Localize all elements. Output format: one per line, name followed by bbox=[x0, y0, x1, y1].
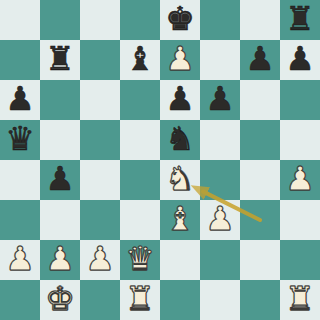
piece-black-bishop[interactable]: ♝ bbox=[125, 39, 155, 79]
square-g8[interactable] bbox=[240, 0, 280, 40]
square-b8[interactable] bbox=[40, 0, 80, 40]
piece-white-pawn[interactable]: ♟ bbox=[165, 39, 195, 79]
square-c3[interactable] bbox=[80, 200, 120, 240]
square-e2[interactable] bbox=[160, 240, 200, 280]
piece-white-rook[interactable]: ♜ bbox=[125, 279, 155, 319]
square-c6[interactable] bbox=[80, 80, 120, 120]
square-b2[interactable]: ♟ bbox=[40, 240, 80, 280]
piece-black-queen[interactable]: ♛ bbox=[5, 119, 35, 159]
square-g6[interactable] bbox=[240, 80, 280, 120]
piece-white-pawn[interactable]: ♟ bbox=[285, 159, 315, 199]
square-d7[interactable]: ♝ bbox=[120, 40, 160, 80]
square-g4[interactable] bbox=[240, 160, 280, 200]
piece-black-pawn[interactable]: ♟ bbox=[45, 159, 75, 199]
square-d3[interactable] bbox=[120, 200, 160, 240]
piece-white-rook[interactable]: ♜ bbox=[285, 279, 315, 319]
piece-black-pawn[interactable]: ♟ bbox=[285, 39, 315, 79]
square-h2[interactable] bbox=[280, 240, 320, 280]
square-f7[interactable] bbox=[200, 40, 240, 80]
square-b4[interactable]: ♟ bbox=[40, 160, 80, 200]
square-c5[interactable] bbox=[80, 120, 120, 160]
piece-black-rook[interactable]: ♜ bbox=[45, 39, 75, 79]
square-b5[interactable] bbox=[40, 120, 80, 160]
square-h7[interactable]: ♟ bbox=[280, 40, 320, 80]
square-b1[interactable]: ♚ bbox=[40, 280, 80, 320]
piece-black-king[interactable]: ♚ bbox=[165, 0, 195, 39]
square-c7[interactable] bbox=[80, 40, 120, 80]
piece-white-pawn[interactable]: ♟ bbox=[45, 239, 75, 279]
square-h3[interactable] bbox=[280, 200, 320, 240]
square-e5[interactable]: ♞ bbox=[160, 120, 200, 160]
piece-black-pawn[interactable]: ♟ bbox=[205, 79, 235, 119]
square-g5[interactable] bbox=[240, 120, 280, 160]
square-a4[interactable] bbox=[0, 160, 40, 200]
piece-white-bishop[interactable]: ♝ bbox=[165, 199, 195, 239]
square-d2[interactable]: ♛ bbox=[120, 240, 160, 280]
piece-black-pawn[interactable]: ♟ bbox=[245, 39, 275, 79]
square-e3[interactable]: ♝ bbox=[160, 200, 200, 240]
square-b7[interactable]: ♜ bbox=[40, 40, 80, 80]
square-c1[interactable] bbox=[80, 280, 120, 320]
square-f2[interactable] bbox=[200, 240, 240, 280]
piece-white-pawn[interactable]: ♟ bbox=[5, 239, 35, 279]
square-c2[interactable]: ♟ bbox=[80, 240, 120, 280]
square-e8[interactable]: ♚ bbox=[160, 0, 200, 40]
square-f8[interactable] bbox=[200, 0, 240, 40]
square-f1[interactable] bbox=[200, 280, 240, 320]
square-f4[interactable] bbox=[200, 160, 240, 200]
square-h1[interactable]: ♜ bbox=[280, 280, 320, 320]
square-e7[interactable]: ♟ bbox=[160, 40, 200, 80]
piece-black-pawn[interactable]: ♟ bbox=[165, 79, 195, 119]
square-e4[interactable]: ♞ bbox=[160, 160, 200, 200]
piece-white-queen[interactable]: ♛ bbox=[125, 239, 155, 279]
square-g2[interactable] bbox=[240, 240, 280, 280]
square-a6[interactable]: ♟ bbox=[0, 80, 40, 120]
square-d4[interactable] bbox=[120, 160, 160, 200]
square-a2[interactable]: ♟ bbox=[0, 240, 40, 280]
square-e1[interactable] bbox=[160, 280, 200, 320]
piece-white-pawn[interactable]: ♟ bbox=[205, 199, 235, 239]
chess-board[interactable]: ♚♜♜♝♟♟♟♟♟♟♛♞♟♞♟♝♟♟♟♟♛♚♜♜ bbox=[0, 0, 320, 320]
chess-board-container: ♚♜♜♝♟♟♟♟♟♟♛♞♟♞♟♝♟♟♟♟♛♚♜♜ bbox=[0, 0, 320, 320]
square-f3[interactable]: ♟ bbox=[200, 200, 240, 240]
square-b3[interactable] bbox=[40, 200, 80, 240]
square-g7[interactable]: ♟ bbox=[240, 40, 280, 80]
square-a5[interactable]: ♛ bbox=[0, 120, 40, 160]
square-h8[interactable]: ♜ bbox=[280, 0, 320, 40]
piece-black-pawn[interactable]: ♟ bbox=[5, 79, 35, 119]
piece-black-rook[interactable]: ♜ bbox=[285, 0, 315, 39]
square-a3[interactable] bbox=[0, 200, 40, 240]
square-a1[interactable] bbox=[0, 280, 40, 320]
square-c8[interactable] bbox=[80, 0, 120, 40]
square-a8[interactable] bbox=[0, 0, 40, 40]
square-g3[interactable] bbox=[240, 200, 280, 240]
piece-white-knight[interactable]: ♞ bbox=[165, 159, 195, 199]
square-h4[interactable]: ♟ bbox=[280, 160, 320, 200]
square-d1[interactable]: ♜ bbox=[120, 280, 160, 320]
square-e6[interactable]: ♟ bbox=[160, 80, 200, 120]
square-c4[interactable] bbox=[80, 160, 120, 200]
square-d8[interactable] bbox=[120, 0, 160, 40]
piece-white-king[interactable]: ♚ bbox=[45, 279, 75, 319]
square-f6[interactable]: ♟ bbox=[200, 80, 240, 120]
square-h6[interactable] bbox=[280, 80, 320, 120]
square-a7[interactable] bbox=[0, 40, 40, 80]
square-h5[interactable] bbox=[280, 120, 320, 160]
piece-black-knight[interactable]: ♞ bbox=[165, 119, 195, 159]
square-b6[interactable] bbox=[40, 80, 80, 120]
square-g1[interactable] bbox=[240, 280, 280, 320]
square-d6[interactable] bbox=[120, 80, 160, 120]
square-d5[interactable] bbox=[120, 120, 160, 160]
piece-white-pawn[interactable]: ♟ bbox=[85, 239, 115, 279]
square-f5[interactable] bbox=[200, 120, 240, 160]
